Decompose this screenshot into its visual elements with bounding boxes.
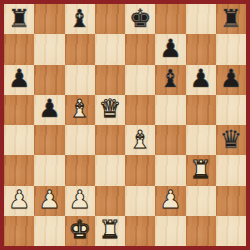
square-d1[interactable]: ♜ [95,216,125,246]
square-g8[interactable] [186,4,216,34]
piece-white-rook: ♜ [189,157,211,182]
square-e4[interactable]: ♝ [125,125,155,155]
piece-white-king: ♚ [68,217,90,242]
square-d3[interactable] [95,155,125,185]
square-f1[interactable] [155,216,185,246]
square-a6[interactable]: ♟ [4,65,34,95]
square-a5[interactable] [4,95,34,125]
square-c5[interactable]: ♝ [65,95,95,125]
square-f5[interactable] [155,95,185,125]
square-g3[interactable]: ♜ [186,155,216,185]
square-f8[interactable] [155,4,185,34]
piece-white-pawn: ♟ [68,187,90,212]
square-h1[interactable] [216,216,246,246]
piece-black-rook: ♜ [8,6,30,31]
square-e5[interactable] [125,95,155,125]
square-e2[interactable] [125,186,155,216]
square-a1[interactable] [4,216,34,246]
square-b5[interactable]: ♟ [34,95,64,125]
square-a8[interactable]: ♜ [4,4,34,34]
square-h8[interactable]: ♜ [216,4,246,34]
square-h3[interactable] [216,155,246,185]
piece-black-rook: ♜ [220,6,242,31]
square-e7[interactable] [125,34,155,64]
square-d7[interactable] [95,34,125,64]
square-d2[interactable] [95,186,125,216]
square-g4[interactable] [186,125,216,155]
piece-black-king: ♚ [129,6,151,31]
square-e3[interactable] [125,155,155,185]
piece-black-bishop: ♝ [159,66,181,91]
square-b2[interactable]: ♟ [34,186,64,216]
square-a4[interactable] [4,125,34,155]
piece-white-pawn: ♟ [38,187,60,212]
square-c2[interactable]: ♟ [65,186,95,216]
square-g6[interactable]: ♟ [186,65,216,95]
square-b4[interactable] [34,125,64,155]
square-e1[interactable] [125,216,155,246]
piece-white-bishop: ♝ [129,127,151,152]
square-g5[interactable] [186,95,216,125]
square-g1[interactable] [186,216,216,246]
square-d4[interactable] [95,125,125,155]
square-h2[interactable] [216,186,246,216]
piece-white-rook: ♜ [99,217,121,242]
square-a3[interactable] [4,155,34,185]
square-b7[interactable] [34,34,64,64]
square-g2[interactable] [186,186,216,216]
square-e6[interactable] [125,65,155,95]
square-c6[interactable] [65,65,95,95]
square-f4[interactable] [155,125,185,155]
square-g7[interactable] [186,34,216,64]
piece-white-bishop: ♝ [68,96,90,121]
square-h6[interactable]: ♟ [216,65,246,95]
square-d6[interactable] [95,65,125,95]
square-f3[interactable] [155,155,185,185]
square-c1[interactable]: ♚ [65,216,95,246]
square-a7[interactable] [4,34,34,64]
square-b8[interactable] [34,4,64,34]
square-h5[interactable] [216,95,246,125]
piece-black-pawn: ♟ [159,36,181,61]
square-c8[interactable]: ♝ [65,4,95,34]
square-b3[interactable] [34,155,64,185]
piece-white-pawn: ♟ [8,187,30,212]
square-c7[interactable] [65,34,95,64]
piece-black-queen: ♛ [220,127,242,152]
square-d8[interactable] [95,4,125,34]
piece-black-pawn: ♟ [189,66,211,91]
square-f7[interactable]: ♟ [155,34,185,64]
square-c3[interactable] [65,155,95,185]
piece-black-pawn: ♟ [220,66,242,91]
square-d5[interactable]: ♛ [95,95,125,125]
chess-board: ♜♝♚♜♟♟♝♟♟♟♝♛♝♛♜♟♟♟♟♚♜ [0,0,250,250]
piece-white-queen: ♛ [99,96,121,121]
square-f6[interactable]: ♝ [155,65,185,95]
square-h7[interactable] [216,34,246,64]
square-h4[interactable]: ♛ [216,125,246,155]
piece-black-bishop: ♝ [68,6,90,31]
piece-white-pawn: ♟ [159,187,181,212]
square-f2[interactable]: ♟ [155,186,185,216]
square-e8[interactable]: ♚ [125,4,155,34]
square-b6[interactable] [34,65,64,95]
square-c4[interactable] [65,125,95,155]
piece-black-pawn: ♟ [38,96,60,121]
square-a2[interactable]: ♟ [4,186,34,216]
square-b1[interactable] [34,216,64,246]
piece-black-pawn: ♟ [8,66,30,91]
